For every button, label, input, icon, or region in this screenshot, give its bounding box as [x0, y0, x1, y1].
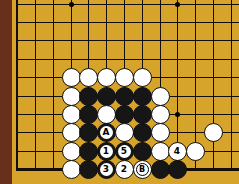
grid-line-v [16, 0, 18, 171]
stone-black-f2: 1 [97, 142, 116, 161]
stone-black-e1 [79, 160, 98, 179]
stone-label: 3 [100, 163, 113, 176]
stone-label: 1 [100, 145, 113, 158]
grid-line-v [53, 0, 54, 171]
stone-white-j4 [151, 105, 170, 124]
stone-white-d2 [62, 142, 81, 161]
stone-white-g6 [115, 68, 134, 87]
stone-white-d4 [62, 105, 81, 124]
stone-label: B [136, 163, 149, 176]
stone-black-g5 [115, 87, 134, 106]
go-diagram: A15432B [0, 0, 239, 184]
stone-white-g1: 2 [115, 160, 134, 179]
stone-white-j3 [151, 123, 170, 142]
stone-label: 5 [118, 145, 131, 158]
stone-white-l2 [186, 142, 205, 161]
stone-white-d3 [62, 123, 81, 142]
stone-black-e2 [79, 142, 98, 161]
stone-black-e5 [79, 87, 98, 106]
stone-black-f1: 3 [97, 160, 116, 179]
page-left-border [0, 0, 12, 184]
stone-white-h1: B [133, 160, 152, 179]
stone-white-f6 [97, 68, 116, 87]
stone-black-h4 [133, 105, 152, 124]
stone-white-h6 [133, 68, 152, 87]
stone-black-e4 [79, 105, 98, 124]
stone-white-g3 [115, 123, 134, 142]
grid-line-v [213, 0, 214, 171]
stone-black-j1 [151, 160, 170, 179]
star-point [175, 2, 180, 7]
stone-black-f3: A [97, 123, 116, 142]
stone-label: 4 [171, 145, 184, 158]
stone-black-e3 [79, 123, 98, 142]
grid-line-h [16, 4, 239, 5]
grid-line-v [231, 0, 232, 171]
stone-white-j2 [151, 142, 170, 161]
stone-black-h3 [133, 123, 152, 142]
grid-line-h [16, 40, 239, 41]
star-point [175, 112, 180, 117]
stone-white-f4 [97, 105, 116, 124]
grid-line-v [35, 0, 36, 171]
stone-white-m3 [204, 123, 223, 142]
stone-label: 2 [118, 163, 131, 176]
stone-black-h5 [133, 87, 152, 106]
grid-line-h [16, 22, 239, 23]
stone-black-k1 [168, 160, 187, 179]
stone-black-g2: 5 [115, 142, 134, 161]
stone-label: A [100, 126, 113, 139]
stone-white-k2: 4 [168, 142, 187, 161]
stone-white-d6 [62, 68, 81, 87]
stone-black-g4 [115, 105, 134, 124]
stone-white-d5 [62, 87, 81, 106]
star-point [69, 2, 74, 7]
stone-white-d1 [62, 160, 81, 179]
stone-white-j5 [151, 87, 170, 106]
stone-black-h2 [133, 142, 152, 161]
grid-line-h [16, 59, 239, 60]
stone-black-f5 [97, 87, 116, 106]
stone-white-e6 [79, 68, 98, 87]
